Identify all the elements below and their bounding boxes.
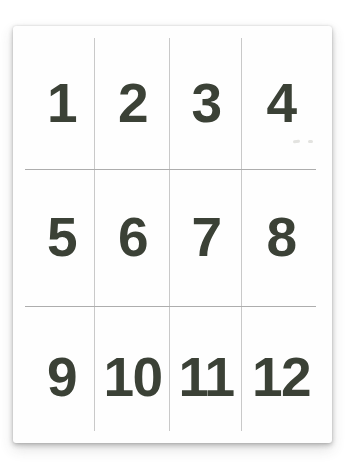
number-card-12: 12 xyxy=(242,306,332,443)
number-card-6: 6 xyxy=(95,169,170,306)
number-card-10: 10 xyxy=(95,306,170,443)
number-card-1: 1 xyxy=(13,26,95,169)
row-divider-1 xyxy=(25,169,316,170)
row-divider-2 xyxy=(25,306,316,307)
number-card-4: 4 xyxy=(242,26,332,169)
number-card-5: 5 xyxy=(13,169,95,306)
number-card-2: 2 xyxy=(95,26,170,169)
photo-background: 1 2 3 4 5 6 7 8 9 10 11 12 xyxy=(0,0,350,471)
column-divider-3 xyxy=(241,38,242,431)
number-card-9: 9 xyxy=(13,306,95,443)
number-card-3: 3 xyxy=(170,26,242,169)
number-card-7: 7 xyxy=(170,169,242,306)
column-divider-1 xyxy=(94,38,95,431)
column-divider-2 xyxy=(169,38,170,431)
number-cards-sheet: 1 2 3 4 5 6 7 8 9 10 11 12 xyxy=(13,26,332,443)
number-card-8: 8 xyxy=(242,169,332,306)
paper-speck xyxy=(308,140,313,143)
number-grid: 1 2 3 4 5 6 7 8 9 10 11 12 xyxy=(13,26,332,443)
number-card-11: 11 xyxy=(170,306,242,443)
